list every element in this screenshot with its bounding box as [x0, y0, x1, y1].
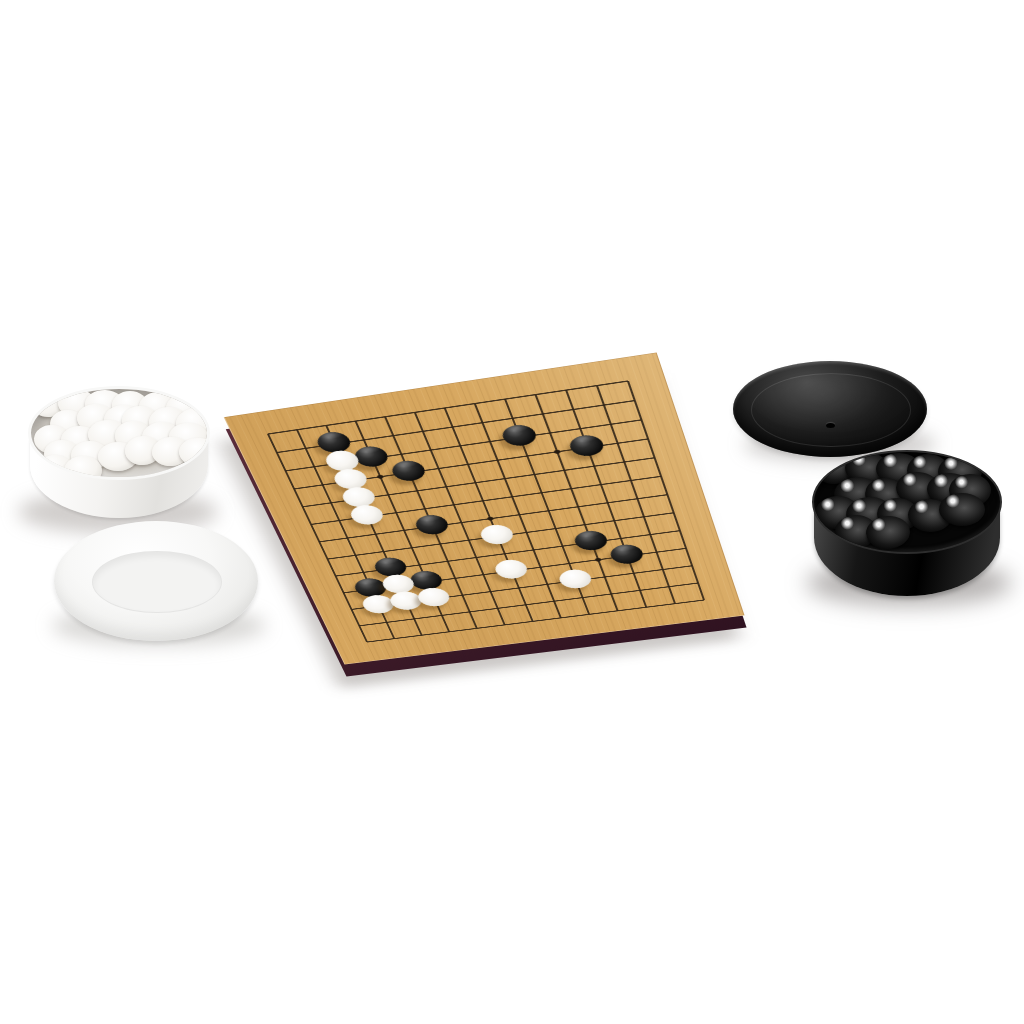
white-stone[interactable] [347, 503, 386, 526]
black-bowl-opening [812, 450, 1002, 554]
black-stone[interactable] [608, 543, 646, 566]
go-board[interactable] [224, 352, 745, 664]
go-set-scene [0, 0, 1024, 1024]
white-stone[interactable] [556, 568, 594, 590]
black-stone[interactable] [413, 513, 452, 536]
black-stone-in-bowl [939, 493, 985, 526]
black-stone-bowl[interactable] [812, 450, 1002, 598]
black-lid-center-nub [826, 423, 835, 428]
black-stone[interactable] [389, 459, 429, 483]
black-stone[interactable] [499, 423, 539, 448]
white-stone[interactable] [492, 558, 530, 580]
black-stone[interactable] [572, 529, 610, 552]
black-stone[interactable] [567, 433, 607, 458]
white-bowl-lid[interactable] [54, 521, 258, 641]
white-stone[interactable] [415, 586, 453, 608]
star-point [486, 516, 494, 521]
star-point [594, 557, 602, 562]
black-lid-inner-ring [751, 373, 911, 447]
white-stone[interactable] [478, 523, 516, 546]
white-bowl-opening [28, 386, 210, 480]
star-point [553, 449, 561, 454]
white-stone-bowl[interactable] [28, 386, 210, 518]
black-bowl-lid[interactable] [733, 361, 927, 457]
white-lid-inner-recess [92, 551, 222, 613]
grid-line-vertical [627, 381, 704, 600]
